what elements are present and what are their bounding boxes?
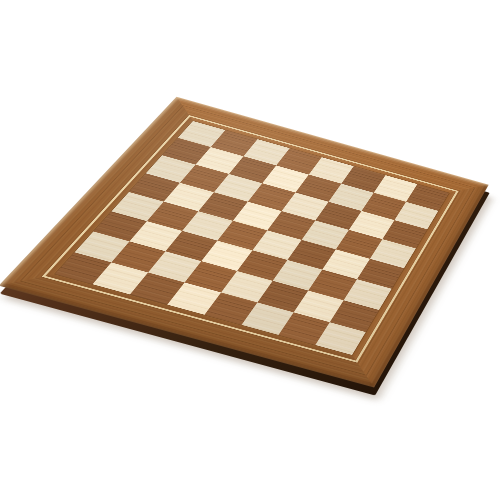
chessboard [0, 97, 489, 388]
product-photo-canvas [0, 0, 500, 500]
